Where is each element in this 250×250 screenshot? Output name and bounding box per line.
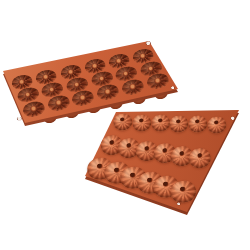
product-photo-scene (0, 0, 250, 250)
hanging-hole (230, 116, 235, 120)
mold-front (0, 0, 250, 250)
